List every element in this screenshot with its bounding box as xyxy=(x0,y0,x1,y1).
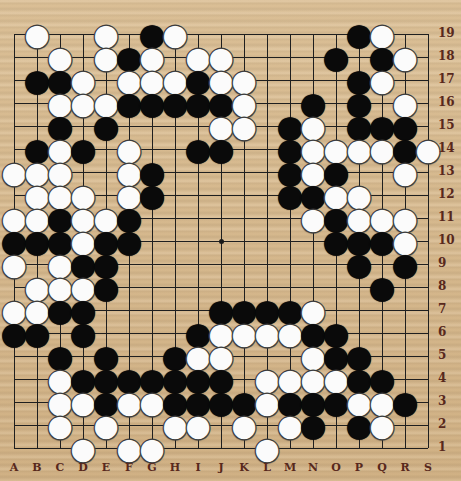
column-label-S: S xyxy=(417,461,440,474)
stone-white-S14: ● xyxy=(417,138,440,161)
row-label-3: 3 xyxy=(438,394,460,408)
column-label-G: G xyxy=(141,461,164,474)
column-label-L: L xyxy=(256,461,279,474)
stone-white-G1: ● xyxy=(141,437,164,460)
stone-black-D14: ● xyxy=(72,138,95,161)
stone-black-Q8: ● xyxy=(371,276,394,299)
stone-white-K15: ● xyxy=(233,115,256,138)
row-label-9: 9 xyxy=(438,256,460,270)
row-label-19: 19 xyxy=(438,26,460,40)
column-label-P: P xyxy=(348,461,371,474)
stone-white-D1: ● xyxy=(72,437,95,460)
stone-black-G12: ● xyxy=(141,184,164,207)
column-label-C: C xyxy=(49,461,72,474)
row-label-12: 12 xyxy=(438,187,460,201)
stone-white-L1: ● xyxy=(256,437,279,460)
column-label-J: J xyxy=(210,461,233,474)
column-label-N: N xyxy=(302,461,325,474)
row-label-8: 8 xyxy=(438,279,460,293)
stone-black-R3: ● xyxy=(394,391,417,414)
stone-white-R13: ● xyxy=(394,161,417,184)
stone-black-N2: ● xyxy=(302,414,325,437)
row-label-10: 10 xyxy=(438,233,460,247)
column-label-B: B xyxy=(26,461,49,474)
stone-black-F10: ● xyxy=(118,230,141,253)
row-label-1: 1 xyxy=(438,440,460,454)
row-label-17: 17 xyxy=(438,72,460,86)
row-label-7: 7 xyxy=(438,302,460,316)
row-label-5: 5 xyxy=(438,348,460,362)
star-point-J10 xyxy=(219,239,224,244)
row-label-4: 4 xyxy=(438,371,460,385)
row-label-11: 11 xyxy=(438,210,460,224)
column-label-K: K xyxy=(233,461,256,474)
column-label-I: I xyxy=(187,461,210,474)
stone-white-R18: ● xyxy=(394,46,417,69)
column-label-Q: Q xyxy=(371,461,394,474)
column-label-O: O xyxy=(325,461,348,474)
column-label-H: H xyxy=(164,461,187,474)
column-label-F: F xyxy=(118,461,141,474)
column-label-E: E xyxy=(95,461,118,474)
row-label-15: 15 xyxy=(438,118,460,132)
grid-line-vertical xyxy=(428,34,429,448)
stone-black-J14: ● xyxy=(210,138,233,161)
row-label-13: 13 xyxy=(438,164,460,178)
column-label-D: D xyxy=(72,461,95,474)
row-label-6: 6 xyxy=(438,325,460,339)
column-label-R: R xyxy=(394,461,417,474)
row-label-16: 16 xyxy=(438,95,460,109)
stone-white-Q2: ● xyxy=(371,414,394,437)
column-label-A: A xyxy=(3,461,26,474)
stone-black-R9: ● xyxy=(394,253,417,276)
row-label-2: 2 xyxy=(438,417,460,431)
stone-black-E8: ● xyxy=(95,276,118,299)
go-board[interactable]: ●●●●●●●●●●●●●●●●●●●●●●●●●●●●●●●●●●●●●●●●… xyxy=(0,0,461,481)
row-label-18: 18 xyxy=(438,49,460,63)
stone-white-I2: ● xyxy=(187,414,210,437)
column-label-M: M xyxy=(279,461,302,474)
row-label-14: 14 xyxy=(438,141,460,155)
